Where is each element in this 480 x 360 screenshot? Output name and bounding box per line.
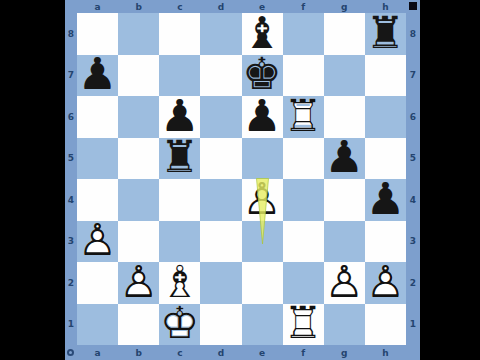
rank-label-right-2: 2 bbox=[406, 262, 420, 304]
square-h2[interactable]: ♟♙ bbox=[365, 262, 406, 304]
square-g2[interactable]: ♟♙ bbox=[324, 262, 365, 304]
square-e8[interactable]: ♝ bbox=[242, 13, 283, 55]
rank-label-right-7: 7 bbox=[406, 55, 420, 97]
black-pawn: ♟ bbox=[242, 96, 283, 138]
square-d2[interactable] bbox=[200, 262, 241, 304]
square-b2[interactable]: ♟♙ bbox=[118, 262, 159, 304]
square-b8[interactable] bbox=[118, 13, 159, 55]
square-d7[interactable] bbox=[200, 55, 241, 97]
file-label-bottom-d: d bbox=[200, 345, 241, 360]
square-c8[interactable] bbox=[159, 13, 200, 55]
square-a1[interactable] bbox=[77, 304, 118, 346]
file-label-bottom-g: g bbox=[324, 345, 365, 360]
square-g6[interactable] bbox=[324, 96, 365, 138]
white-pawn: ♟♙ bbox=[324, 262, 365, 304]
white-rook: ♜♖ bbox=[283, 96, 324, 138]
square-b5[interactable] bbox=[118, 138, 159, 180]
square-d3[interactable] bbox=[200, 221, 241, 263]
white-pawn: ♟♙ bbox=[118, 262, 159, 304]
rank-label-right-1: 1 bbox=[406, 304, 420, 346]
square-f5[interactable] bbox=[283, 138, 324, 180]
square-f7[interactable] bbox=[283, 55, 324, 97]
rank-label-right-3: 3 bbox=[406, 221, 420, 263]
square-a2[interactable] bbox=[77, 262, 118, 304]
square-a3[interactable]: ♟♙ bbox=[77, 221, 118, 263]
square-h7[interactable] bbox=[365, 55, 406, 97]
file-label-bottom-a: a bbox=[77, 345, 118, 360]
square-e7[interactable]: ♚ bbox=[242, 55, 283, 97]
square-a4[interactable] bbox=[77, 179, 118, 221]
square-e4[interactable]: ♟♙ bbox=[242, 179, 283, 221]
rank-label-left-7: 7 bbox=[65, 55, 77, 97]
square-h1[interactable] bbox=[365, 304, 406, 346]
square-d4[interactable] bbox=[200, 179, 241, 221]
square-g3[interactable] bbox=[324, 221, 365, 263]
square-e2[interactable] bbox=[242, 262, 283, 304]
square-c6[interactable]: ♟ bbox=[159, 96, 200, 138]
square-e5[interactable] bbox=[242, 138, 283, 180]
file-labels-bottom: abcdefgh bbox=[77, 345, 406, 360]
file-label-top-f: f bbox=[283, 0, 324, 13]
file-label-bottom-h: h bbox=[365, 345, 406, 360]
square-h6[interactable] bbox=[365, 96, 406, 138]
square-c3[interactable] bbox=[159, 221, 200, 263]
white-pawn: ♟♙ bbox=[77, 221, 118, 263]
rank-label-left-1: 1 bbox=[65, 304, 77, 346]
file-label-top-b: b bbox=[118, 0, 159, 13]
rank-label-right-8: 8 bbox=[406, 13, 420, 55]
black-pawn: ♟ bbox=[324, 138, 365, 180]
square-e1[interactable] bbox=[242, 304, 283, 346]
file-labels-top: abcdefgh bbox=[77, 0, 406, 13]
rank-label-right-4: 4 bbox=[406, 179, 420, 221]
square-g4[interactable] bbox=[324, 179, 365, 221]
square-a8[interactable] bbox=[77, 13, 118, 55]
white-rook: ♜♖ bbox=[283, 304, 324, 346]
square-d6[interactable] bbox=[200, 96, 241, 138]
rank-label-left-2: 2 bbox=[65, 262, 77, 304]
file-label-top-g: g bbox=[324, 0, 365, 13]
white-pawn: ♟♙ bbox=[242, 179, 283, 221]
file-label-top-h: h bbox=[365, 0, 406, 13]
square-e6[interactable]: ♟ bbox=[242, 96, 283, 138]
square-g1[interactable] bbox=[324, 304, 365, 346]
square-f3[interactable] bbox=[283, 221, 324, 263]
square-c4[interactable] bbox=[159, 179, 200, 221]
black-pawn: ♟ bbox=[77, 55, 118, 97]
square-d5[interactable] bbox=[200, 138, 241, 180]
file-label-top-d: d bbox=[200, 0, 241, 13]
square-c2[interactable]: ♝♗ bbox=[159, 262, 200, 304]
square-h4[interactable]: ♟ bbox=[365, 179, 406, 221]
square-g8[interactable] bbox=[324, 13, 365, 55]
square-e3[interactable] bbox=[242, 221, 283, 263]
square-a7[interactable]: ♟ bbox=[77, 55, 118, 97]
rank-labels-right: 87654321 bbox=[406, 13, 420, 345]
rank-label-left-8: 8 bbox=[65, 13, 77, 55]
white-pawn: ♟♙ bbox=[365, 262, 406, 304]
black-pawn: ♟ bbox=[365, 179, 406, 221]
square-d8[interactable] bbox=[200, 13, 241, 55]
square-f6[interactable]: ♜♖ bbox=[283, 96, 324, 138]
square-h3[interactable] bbox=[365, 221, 406, 263]
file-label-bottom-c: c bbox=[159, 345, 200, 360]
square-c5[interactable]: ♜ bbox=[159, 138, 200, 180]
video-frame: abcdefgh abcdefgh 87654321 87654321 ♝♜♟♚… bbox=[0, 0, 480, 360]
file-label-top-a: a bbox=[77, 0, 118, 13]
white-bishop: ♝♗ bbox=[159, 262, 200, 304]
rank-labels-left: 87654321 bbox=[65, 13, 77, 345]
square-a6[interactable] bbox=[77, 96, 118, 138]
square-b3[interactable] bbox=[118, 221, 159, 263]
black-bishop: ♝ bbox=[242, 13, 283, 55]
rank-label-left-3: 3 bbox=[65, 221, 77, 263]
black-rook: ♜ bbox=[365, 13, 406, 55]
rank-label-right-5: 5 bbox=[406, 138, 420, 180]
file-label-bottom-e: e bbox=[242, 345, 283, 360]
square-f2[interactable] bbox=[283, 262, 324, 304]
chessboard: abcdefgh abcdefgh 87654321 87654321 ♝♜♟♚… bbox=[65, 0, 420, 360]
white-king: ♚♔ bbox=[159, 304, 200, 346]
square-c1[interactable]: ♚♔ bbox=[159, 304, 200, 346]
square-h5[interactable] bbox=[365, 138, 406, 180]
black-king: ♚ bbox=[242, 55, 283, 97]
square-d1[interactable] bbox=[200, 304, 241, 346]
square-g7[interactable] bbox=[324, 55, 365, 97]
file-label-top-c: c bbox=[159, 0, 200, 13]
board-corner-circle-icon bbox=[67, 349, 74, 356]
black-pawn: ♟ bbox=[159, 96, 200, 138]
rank-label-left-5: 5 bbox=[65, 138, 77, 180]
square-f4[interactable] bbox=[283, 179, 324, 221]
rank-label-left-6: 6 bbox=[65, 96, 77, 138]
board-corner-square-icon bbox=[409, 2, 417, 10]
squares-grid: ♝♜♟♚♟♟♜♖♜♟♟♙♟♟♙♟♙♝♗♟♙♟♙♚♔♜♖ bbox=[77, 13, 406, 345]
file-label-bottom-f: f bbox=[283, 345, 324, 360]
square-b4[interactable] bbox=[118, 179, 159, 221]
square-h8[interactable]: ♜ bbox=[365, 13, 406, 55]
square-a5[interactable] bbox=[77, 138, 118, 180]
square-g5[interactable]: ♟ bbox=[324, 138, 365, 180]
rank-label-left-4: 4 bbox=[65, 179, 77, 221]
file-label-top-e: e bbox=[242, 0, 283, 13]
rank-label-right-6: 6 bbox=[406, 96, 420, 138]
black-rook: ♜ bbox=[159, 138, 200, 180]
square-c7[interactable] bbox=[159, 55, 200, 97]
square-b1[interactable] bbox=[118, 304, 159, 346]
square-b6[interactable] bbox=[118, 96, 159, 138]
square-f8[interactable] bbox=[283, 13, 324, 55]
square-b7[interactable] bbox=[118, 55, 159, 97]
square-f1[interactable]: ♜♖ bbox=[283, 304, 324, 346]
file-label-bottom-b: b bbox=[118, 345, 159, 360]
